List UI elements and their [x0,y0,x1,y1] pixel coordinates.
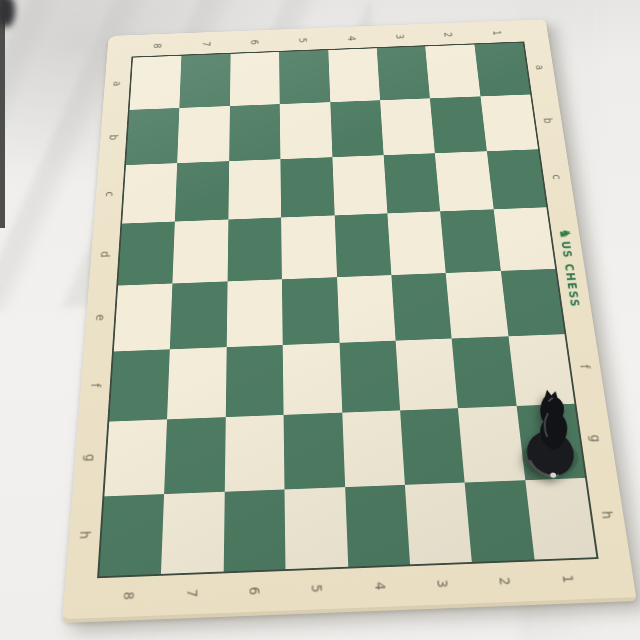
square-a2 [425,45,480,99]
square-f8 [109,349,170,421]
square-d7 [173,220,228,284]
square-h7 [161,492,224,574]
rank-label: 6 [247,586,263,595]
square-f4 [339,341,400,413]
square-h4 [345,485,410,567]
file-label: f [578,365,593,369]
square-f6 [226,345,284,417]
rank-label: 7 [200,41,212,46]
file-label: c [103,191,117,197]
board-grid [99,43,596,577]
square-e8 [114,283,173,351]
file-label: c [550,174,564,180]
square-c2 [435,151,493,211]
knight-logo-icon: ♞ [556,228,575,239]
square-a1 [474,43,530,97]
square-b8 [126,108,180,165]
chessboard-plane: 87654321 87654321 abcdefgh abcfgh ♞US CH… [62,19,637,623]
square-e3 [391,273,452,341]
rank-label: 5 [309,584,325,593]
rank-label: 2 [442,32,455,37]
square-c4 [332,155,387,215]
square-f2 [452,336,516,408]
rank-label: 4 [345,35,357,40]
square-g7 [164,417,225,494]
square-c7 [175,161,229,221]
rank-label: 1 [491,30,504,35]
square-b5 [280,102,332,159]
square-c8 [122,163,177,223]
square-c6 [228,159,281,219]
table-edge-shadow [0,0,5,228]
square-d6 [227,217,282,281]
rank-label: 1 [560,574,577,583]
square-f3 [395,338,458,410]
file-label: a [111,81,124,87]
square-c5 [281,157,335,217]
rank-label: 3 [394,34,407,39]
file-label: d [98,251,112,258]
square-b1 [480,94,538,151]
table-corner-shadow [0,0,15,27]
square-b2 [430,96,486,153]
rank-label: 7 [184,589,200,598]
square-a8 [130,56,182,110]
square-f1 [508,334,574,406]
square-a5 [279,50,330,104]
square-b3 [380,98,435,155]
square-c3 [384,153,441,213]
square-g1 [516,404,585,480]
square-a4 [328,48,380,102]
rank-label: 3 [434,579,450,588]
square-h6 [223,489,285,571]
square-e4 [337,275,396,343]
square-e5 [282,277,339,345]
rank-label: 8 [121,591,137,600]
square-e7 [170,281,227,349]
file-label: b [107,134,120,140]
photo-scene: 87654321 87654321 abcdefgh abcfgh ♞US CH… [0,0,640,640]
square-g8 [104,419,167,496]
square-d2 [440,209,500,273]
file-label: h [77,530,93,539]
square-f7 [167,347,226,419]
square-d5 [281,215,336,279]
square-h3 [405,483,472,565]
rank-label: 2 [497,577,514,586]
square-d3 [387,211,446,275]
square-c1 [487,149,547,209]
file-label: f [88,383,103,387]
square-f5 [283,343,342,415]
square-g4 [342,410,405,487]
board-frame-line [97,41,599,578]
square-e2 [446,271,508,339]
logo-text: US CHESS [559,241,583,308]
rank-label: 6 [249,39,261,44]
square-g3 [400,408,465,485]
square-a3 [377,46,430,100]
square-d8 [118,222,175,286]
rank-label: 5 [297,37,309,42]
file-label: g [83,454,98,462]
rank-label: 8 [152,43,164,49]
square-e6 [226,279,282,347]
square-b6 [229,104,281,161]
file-label: g [588,434,604,442]
square-h8 [99,494,164,576]
file-label: h [599,510,616,518]
square-e1 [501,269,565,337]
file-label: e [93,314,107,321]
square-g2 [458,406,525,483]
square-d4 [334,213,391,277]
square-b7 [177,106,229,163]
square-d1 [493,207,555,271]
square-g6 [225,415,285,492]
square-h1 [525,478,596,560]
square-b4 [330,100,384,157]
file-label: a [534,65,547,70]
square-h5 [285,487,348,569]
square-g5 [284,413,345,490]
square-a6 [230,52,280,106]
rank-label: 4 [372,582,388,591]
vinyl-chessboard: 87654321 87654321 abcdefgh abcfgh ♞US CH… [62,19,637,623]
square-h2 [465,480,534,562]
file-label: b [541,118,555,124]
square-a7 [180,54,231,108]
